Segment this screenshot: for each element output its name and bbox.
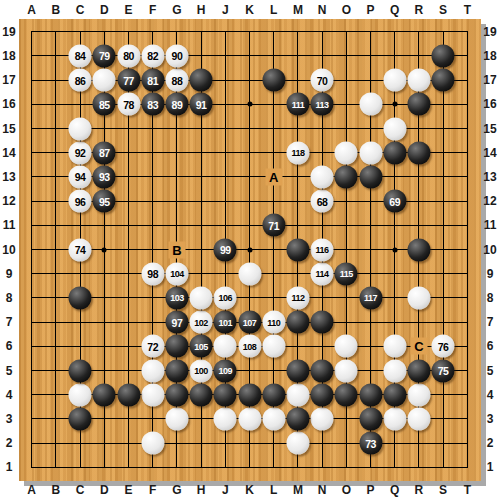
black-stone-J7: 101 (214, 311, 237, 334)
black-stone-M7 (286, 311, 309, 334)
grid-line-vertical (443, 31, 444, 468)
white-stone-N3 (311, 407, 334, 430)
black-stone-C8 (69, 286, 92, 309)
white-stone-N13 (311, 165, 334, 188)
white-stone-E16: 78 (117, 93, 140, 116)
black-stone-J4 (214, 383, 237, 406)
coord-column-bottom: H (197, 483, 206, 497)
black-stone-P8: 117 (359, 286, 382, 309)
white-stone-P16 (359, 93, 382, 116)
black-stone-H4 (190, 383, 213, 406)
coord-column-top: K (245, 3, 254, 17)
white-stone-J6 (214, 335, 237, 358)
coord-column-bottom: O (342, 483, 351, 497)
black-stone-R16 (407, 93, 430, 116)
go-diagram: AABBCCDDEEFFGGHHJJKKLLMMNNOOPPQQRRSSTT19… (0, 0, 500, 500)
coord-column-top: B (52, 3, 61, 17)
coord-column-bottom: A (27, 483, 36, 497)
coord-row-right: 7 (487, 315, 494, 329)
black-stone-S17 (432, 69, 455, 92)
black-stone-L17 (262, 69, 285, 92)
white-stone-F18: 82 (141, 44, 164, 67)
coord-row-right: 2 (487, 436, 494, 450)
coord-row-left: 17 (2, 73, 15, 87)
coord-column-bottom: Q (390, 483, 399, 497)
black-stone-P4 (359, 383, 382, 406)
star-point (102, 247, 107, 252)
coord-column-top: S (439, 3, 447, 17)
coord-column-bottom: G (172, 483, 181, 497)
coord-row-left: 12 (2, 194, 15, 208)
black-stone-O4 (335, 383, 358, 406)
white-stone-N12: 68 (311, 190, 334, 213)
coord-row-left: 14 (2, 146, 15, 160)
coord-row-left: 5 (6, 364, 13, 378)
coord-row-right: 5 (487, 364, 494, 378)
black-stone-E17: 77 (117, 69, 140, 92)
white-stone-F6: 72 (141, 335, 164, 358)
black-stone-G5 (165, 359, 188, 382)
black-stone-K4 (238, 383, 261, 406)
point-label-B: B (168, 241, 185, 258)
white-stone-F4 (141, 383, 164, 406)
white-stone-G3 (165, 407, 188, 430)
black-stone-N16: 113 (311, 93, 334, 116)
coord-column-top: R (415, 3, 424, 17)
white-stone-L6 (262, 335, 285, 358)
coord-column-bottom: K (245, 483, 254, 497)
coord-row-right: 14 (483, 146, 496, 160)
white-stone-O5 (335, 359, 358, 382)
coord-row-right: 16 (483, 97, 496, 111)
coord-column-top: T (464, 3, 471, 17)
black-stone-D16: 85 (93, 93, 116, 116)
black-stone-P2: 73 (359, 432, 382, 455)
black-stone-P3 (359, 407, 382, 430)
coord-column-bottom: L (270, 483, 277, 497)
coord-row-left: 16 (2, 97, 15, 111)
coord-column-bottom: D (100, 483, 109, 497)
white-stone-C12: 96 (69, 190, 92, 213)
coord-column-top: G (172, 3, 181, 17)
black-stone-N4 (311, 383, 334, 406)
coord-column-top: N (318, 3, 327, 17)
coord-row-left: 9 (6, 267, 13, 281)
black-stone-R5 (407, 359, 430, 382)
point-label-A: A (265, 168, 282, 185)
black-stone-J10: 99 (214, 238, 237, 261)
coord-column-bottom: M (293, 483, 303, 497)
coord-row-right: 4 (487, 388, 494, 402)
coord-row-left: 19 (2, 25, 15, 39)
black-stone-P13 (359, 165, 382, 188)
black-stone-Q14 (383, 141, 406, 164)
coord-column-bottom: J (222, 483, 229, 497)
coord-row-right: 19 (483, 25, 496, 39)
white-stone-G18: 90 (165, 44, 188, 67)
white-stone-L7: 110 (262, 311, 285, 334)
black-stone-L4 (262, 383, 285, 406)
black-stone-F16: 83 (141, 93, 164, 116)
black-stone-J5: 109 (214, 359, 237, 382)
white-stone-C15 (69, 117, 92, 140)
black-stone-G7: 97 (165, 311, 188, 334)
black-stone-K7: 107 (238, 311, 261, 334)
black-stone-C3 (69, 407, 92, 430)
coord-row-left: 18 (2, 49, 15, 63)
coord-row-right: 17 (483, 73, 496, 87)
coord-column-bottom: R (415, 483, 424, 497)
white-stone-Q17 (383, 69, 406, 92)
coord-column-bottom: E (124, 483, 132, 497)
coord-row-left: 7 (6, 315, 13, 329)
white-stone-N17: 70 (311, 69, 334, 92)
white-stone-C17: 86 (69, 69, 92, 92)
black-stone-R14 (407, 141, 430, 164)
white-stone-F9: 98 (141, 262, 164, 285)
black-stone-H17 (190, 69, 213, 92)
black-stone-D14: 87 (93, 141, 116, 164)
coord-row-left: 11 (3, 218, 16, 232)
white-stone-H8 (190, 286, 213, 309)
coord-row-right: 1 (487, 460, 494, 474)
coord-row-right: 18 (483, 49, 496, 63)
black-stone-E4 (117, 383, 140, 406)
coord-row-right: 3 (487, 412, 494, 426)
black-stone-D18: 79 (93, 44, 116, 67)
coord-row-right: 13 (483, 170, 496, 184)
white-stone-C4 (69, 383, 92, 406)
white-stone-O6 (335, 335, 358, 358)
coord-row-right: 11 (484, 218, 497, 232)
coord-column-top: L (270, 3, 277, 17)
white-stone-G17: 88 (165, 69, 188, 92)
white-stone-J8: 106 (214, 286, 237, 309)
black-stone-O13 (335, 165, 358, 188)
coord-row-right: 8 (487, 291, 494, 305)
coord-row-left: 8 (6, 291, 13, 305)
grid-line-vertical (467, 31, 468, 468)
black-stone-N7 (311, 311, 334, 334)
white-stone-N9: 114 (311, 262, 334, 285)
coord-column-top: A (27, 3, 36, 17)
white-stone-O14 (335, 141, 358, 164)
white-stone-F5 (141, 359, 164, 382)
white-stone-R4 (407, 383, 430, 406)
coord-column-bottom: N (318, 483, 327, 497)
coord-column-top: E (124, 3, 132, 17)
black-stone-G6 (165, 335, 188, 358)
coord-row-left: 6 (6, 339, 13, 353)
black-stone-N5 (311, 359, 334, 382)
white-stone-M14: 118 (286, 141, 309, 164)
black-stone-F17: 81 (141, 69, 164, 92)
white-stone-L3 (262, 407, 285, 430)
coord-row-left: 10 (2, 243, 15, 257)
coord-column-top: O (342, 3, 351, 17)
coord-column-top: M (293, 3, 303, 17)
white-stone-C13: 94 (69, 165, 92, 188)
coord-row-right: 9 (487, 267, 494, 281)
black-stone-M5 (286, 359, 309, 382)
coord-column-bottom: T (464, 483, 471, 497)
white-stone-G9: 104 (165, 262, 188, 285)
black-stone-D12: 95 (93, 190, 116, 213)
white-stone-C10: 74 (69, 238, 92, 261)
point-label-C: C (410, 338, 427, 355)
black-stone-H16: 91 (190, 93, 213, 116)
white-stone-K9 (238, 262, 261, 285)
black-stone-G4 (165, 383, 188, 406)
black-stone-C5 (69, 359, 92, 382)
white-stone-C14: 92 (69, 141, 92, 164)
white-stone-M4 (286, 383, 309, 406)
white-stone-D17 (93, 69, 116, 92)
white-stone-F2 (141, 432, 164, 455)
white-stone-Q5 (383, 359, 406, 382)
black-stone-M10 (286, 238, 309, 261)
black-stone-D4 (93, 383, 116, 406)
coord-row-right: 15 (483, 122, 496, 136)
black-stone-H6: 105 (190, 335, 213, 358)
black-stone-R10 (407, 238, 430, 261)
white-stone-C18: 84 (69, 44, 92, 67)
grid-line-horizontal (31, 467, 468, 468)
grid-line-horizontal (31, 443, 468, 444)
coord-column-bottom: B (52, 483, 61, 497)
coord-column-top: F (149, 3, 156, 17)
star-point (392, 247, 397, 252)
black-stone-D13: 93 (93, 165, 116, 188)
black-stone-M3 (286, 407, 309, 430)
black-stone-S5: 75 (432, 359, 455, 382)
white-stone-M2 (286, 432, 309, 455)
white-stone-Q3 (383, 407, 406, 430)
black-stone-O9: 115 (335, 262, 358, 285)
white-stone-K6: 108 (238, 335, 261, 358)
coord-column-bottom: F (149, 483, 156, 497)
white-stone-M8: 112 (286, 286, 309, 309)
black-stone-G16: 89 (165, 93, 188, 116)
star-point (247, 102, 252, 107)
coord-row-left: 3 (6, 412, 13, 426)
coord-column-top: P (366, 3, 374, 17)
coord-row-left: 2 (6, 436, 13, 450)
coord-column-top: H (197, 3, 206, 17)
white-stone-N10: 116 (311, 238, 334, 261)
coord-column-top: J (222, 3, 229, 17)
black-stone-G8: 103 (165, 286, 188, 309)
white-stone-R8 (407, 286, 430, 309)
coord-row-right: 6 (487, 339, 494, 353)
star-point (392, 102, 397, 107)
coord-row-left: 13 (2, 170, 15, 184)
grid-line-horizontal (31, 297, 468, 298)
white-stone-P14 (359, 141, 382, 164)
coord-column-top: D (100, 3, 109, 17)
coord-row-left: 1 (6, 460, 13, 474)
black-stone-L11: 71 (262, 214, 285, 237)
coord-column-bottom: S (439, 483, 447, 497)
black-stone-Q4 (383, 383, 406, 406)
black-stone-S18 (432, 44, 455, 67)
white-stone-H7: 102 (190, 311, 213, 334)
coord-column-top: Q (390, 3, 399, 17)
black-stone-M16: 111 (286, 93, 309, 116)
coord-column-bottom: P (366, 483, 374, 497)
star-point (247, 247, 252, 252)
white-stone-R17 (407, 69, 430, 92)
white-stone-J3 (214, 407, 237, 430)
black-stone-Q12: 69 (383, 190, 406, 213)
coord-column-bottom: C (76, 483, 85, 497)
white-stone-Q15 (383, 117, 406, 140)
white-stone-S6: 76 (432, 335, 455, 358)
coord-row-left: 4 (6, 388, 13, 402)
white-stone-R3 (407, 407, 430, 430)
coord-column-top: C (76, 3, 85, 17)
white-stone-K3 (238, 407, 261, 430)
white-stone-H5: 100 (190, 359, 213, 382)
coord-row-left: 15 (2, 122, 15, 136)
white-stone-Q6 (383, 335, 406, 358)
coord-row-right: 12 (483, 194, 496, 208)
coord-row-right: 10 (483, 243, 496, 257)
white-stone-E18: 80 (117, 44, 140, 67)
